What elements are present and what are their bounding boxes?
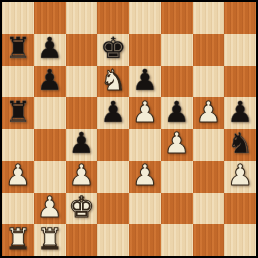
square-g4[interactable] <box>193 129 225 161</box>
square-c7[interactable] <box>66 34 98 66</box>
square-c1[interactable] <box>66 224 98 256</box>
square-a8[interactable] <box>2 2 34 34</box>
black-king[interactable]: ♚ <box>100 34 126 63</box>
square-d1[interactable] <box>97 224 129 256</box>
black-pawn[interactable]: ♟ <box>37 34 63 63</box>
square-d8[interactable] <box>97 2 129 34</box>
square-b8[interactable] <box>34 2 66 34</box>
square-e5[interactable]: ♟ <box>129 97 161 129</box>
square-f6[interactable] <box>161 66 193 98</box>
square-c2[interactable]: ♚ <box>66 193 98 225</box>
square-b4[interactable] <box>34 129 66 161</box>
square-a1[interactable]: ♜ <box>2 224 34 256</box>
white-pawn[interactable]: ♟ <box>37 193 63 222</box>
white-pawn[interactable]: ♟ <box>132 161 158 190</box>
square-e8[interactable] <box>129 2 161 34</box>
square-f3[interactable] <box>161 161 193 193</box>
square-d3[interactable] <box>97 161 129 193</box>
square-e2[interactable] <box>129 193 161 225</box>
square-b6[interactable]: ♟ <box>34 66 66 98</box>
square-e6[interactable]: ♟ <box>129 66 161 98</box>
square-d7[interactable]: ♚ <box>97 34 129 66</box>
square-b5[interactable] <box>34 97 66 129</box>
square-b1[interactable]: ♜ <box>34 224 66 256</box>
square-b3[interactable] <box>34 161 66 193</box>
square-b7[interactable]: ♟ <box>34 34 66 66</box>
square-g7[interactable] <box>193 34 225 66</box>
square-a4[interactable] <box>2 129 34 161</box>
square-a6[interactable] <box>2 66 34 98</box>
white-pawn[interactable]: ♟ <box>195 98 221 127</box>
square-f7[interactable] <box>161 34 193 66</box>
square-d4[interactable] <box>97 129 129 161</box>
black-rook[interactable]: ♜ <box>5 34 31 63</box>
square-c4[interactable]: ♟ <box>66 129 98 161</box>
square-e3[interactable]: ♟ <box>129 161 161 193</box>
square-h4[interactable]: ♞ <box>224 129 256 161</box>
square-f1[interactable] <box>161 224 193 256</box>
black-pawn[interactable]: ♟ <box>100 98 126 127</box>
square-h2[interactable] <box>224 193 256 225</box>
square-c3[interactable]: ♟ <box>66 161 98 193</box>
square-f8[interactable] <box>161 2 193 34</box>
square-g5[interactable]: ♟ <box>193 97 225 129</box>
black-pawn[interactable]: ♟ <box>227 98 253 127</box>
square-c8[interactable] <box>66 2 98 34</box>
white-rook[interactable]: ♜ <box>37 225 63 254</box>
square-h5[interactable]: ♟ <box>224 97 256 129</box>
black-pawn[interactable]: ♟ <box>68 129 94 158</box>
black-pawn[interactable]: ♟ <box>164 98 190 127</box>
square-c6[interactable] <box>66 66 98 98</box>
white-king[interactable]: ♚ <box>68 193 94 222</box>
black-pawn[interactable]: ♟ <box>37 66 63 95</box>
square-h7[interactable] <box>224 34 256 66</box>
square-b2[interactable]: ♟ <box>34 193 66 225</box>
square-d6[interactable]: ♞ <box>97 66 129 98</box>
square-g6[interactable] <box>193 66 225 98</box>
square-h8[interactable] <box>224 2 256 34</box>
white-knight[interactable]: ♞ <box>100 66 126 95</box>
square-e7[interactable] <box>129 34 161 66</box>
black-pawn[interactable]: ♟ <box>132 66 158 95</box>
white-pawn[interactable]: ♟ <box>164 129 190 158</box>
square-a3[interactable]: ♟ <box>2 161 34 193</box>
square-a5[interactable]: ♜ <box>2 97 34 129</box>
square-d2[interactable] <box>97 193 129 225</box>
white-pawn[interactable]: ♟ <box>227 161 253 190</box>
square-a7[interactable]: ♜ <box>2 34 34 66</box>
square-h1[interactable] <box>224 224 256 256</box>
square-f4[interactable]: ♟ <box>161 129 193 161</box>
chess-board: ♜♟♚♟♞♟♜♟♟♟♟♟♟♟♞♟♟♟♟♟♚♜♜ <box>2 2 256 256</box>
black-knight[interactable]: ♞ <box>227 129 253 158</box>
square-f2[interactable] <box>161 193 193 225</box>
square-h3[interactable]: ♟ <box>224 161 256 193</box>
white-pawn[interactable]: ♟ <box>68 161 94 190</box>
square-g3[interactable] <box>193 161 225 193</box>
square-e4[interactable] <box>129 129 161 161</box>
white-rook[interactable]: ♜ <box>5 225 31 254</box>
square-h6[interactable] <box>224 66 256 98</box>
square-f5[interactable]: ♟ <box>161 97 193 129</box>
chess-board-frame: ♜♟♚♟♞♟♜♟♟♟♟♟♟♟♞♟♟♟♟♟♚♜♜ <box>0 0 258 258</box>
white-pawn[interactable]: ♟ <box>5 161 31 190</box>
square-a2[interactable] <box>2 193 34 225</box>
square-d5[interactable]: ♟ <box>97 97 129 129</box>
square-c5[interactable] <box>66 97 98 129</box>
square-g1[interactable] <box>193 224 225 256</box>
square-g8[interactable] <box>193 2 225 34</box>
square-g2[interactable] <box>193 193 225 225</box>
square-e1[interactable] <box>129 224 161 256</box>
black-rook[interactable]: ♜ <box>5 98 31 127</box>
white-pawn[interactable]: ♟ <box>132 98 158 127</box>
